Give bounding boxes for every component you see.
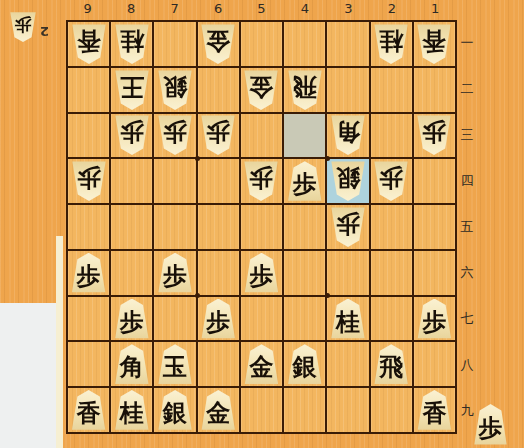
piece-sente-67[interactable]: 歩: [201, 299, 235, 339]
rank-labels: 一二三四五六七八九: [458, 20, 476, 434]
piece-glyph: 歩: [422, 305, 446, 339]
piece-glyph: 歩: [77, 161, 101, 195]
file-label-1: 1: [414, 1, 457, 19]
piece-glyph: 歩: [379, 161, 403, 195]
piece-sente-58[interactable]: 金: [244, 344, 278, 384]
piece-gote-91[interactable]: 香: [72, 24, 106, 64]
piece-sente-87[interactable]: 歩: [115, 299, 149, 339]
rank-label-5: 五: [458, 204, 476, 250]
square-25[interactable]: [371, 205, 412, 249]
piece-glyph: 歩: [249, 259, 273, 293]
square-31[interactable]: [327, 22, 368, 66]
square-55[interactable]: [241, 205, 282, 249]
piece-glyph: 銀: [293, 350, 317, 384]
piece-glyph: 金: [206, 24, 230, 58]
square-37[interactable]: 桂: [327, 297, 368, 341]
piece-glyph: 金: [249, 70, 273, 104]
piece-glyph: 歩: [422, 115, 446, 149]
rank-label-2: 二: [458, 66, 476, 112]
square-51[interactable]: [241, 22, 282, 66]
piece-glyph: 銀: [163, 396, 187, 430]
square-98[interactable]: [68, 342, 109, 386]
piece-gote-81[interactable]: 桂: [115, 24, 149, 64]
square-12[interactable]: [414, 68, 455, 112]
square-13[interactable]: 歩: [414, 114, 455, 158]
square-75[interactable]: [154, 205, 195, 249]
piece-sente-96[interactable]: 歩: [72, 253, 106, 293]
square-44[interactable]: 歩: [284, 159, 325, 203]
square-89[interactable]: 桂: [111, 388, 152, 432]
square-94[interactable]: 歩: [68, 159, 109, 203]
square-68[interactable]: [198, 342, 239, 386]
square-15[interactable]: [414, 205, 455, 249]
square-59[interactable]: [241, 388, 282, 432]
piece-gote-63[interactable]: 歩: [201, 115, 235, 155]
piece-gote-13[interactable]: 歩: [417, 115, 451, 155]
square-83[interactable]: 歩: [111, 114, 152, 158]
file-label-6: 6: [196, 1, 239, 19]
rank-label-7: 七: [458, 296, 476, 342]
shogi-app: 987654321 一二三四五六七八九 香桂金桂香王銀金飛歩歩歩角歩歩歩歩銀歩歩…: [0, 0, 524, 448]
gote-captured-tray[interactable]: 歩 2: [6, 8, 56, 68]
square-26[interactable]: [371, 251, 412, 295]
square-72[interactable]: 銀: [154, 68, 195, 112]
square-67[interactable]: 歩: [198, 297, 239, 341]
piece-glyph: 玉: [163, 350, 187, 384]
square-18[interactable]: [414, 342, 455, 386]
square-34[interactable]: 銀: [327, 159, 368, 203]
piece-gote-54[interactable]: 歩: [244, 161, 278, 201]
piece-glyph: 金: [206, 396, 230, 430]
square-82[interactable]: 王: [111, 68, 152, 112]
square-69[interactable]: 金: [198, 388, 239, 432]
square-11[interactable]: 香: [414, 22, 455, 66]
square-27[interactable]: [371, 297, 412, 341]
shogi-board: 香桂金桂香王銀金飛歩歩歩角歩歩歩歩銀歩歩歩歩歩歩歩桂歩角玉金銀飛香桂銀金香: [66, 20, 457, 434]
square-17[interactable]: 歩: [414, 297, 455, 341]
square-29[interactable]: [371, 388, 412, 432]
piece-glyph: 香: [77, 24, 101, 58]
piece-glyph: 歩: [15, 12, 32, 37]
piece-gote-34[interactable]: 銀: [331, 161, 365, 201]
piece-glyph: 歩: [336, 207, 360, 241]
piece-glyph: 歩: [163, 115, 187, 149]
square-65[interactable]: [198, 205, 239, 249]
square-84[interactable]: [111, 159, 152, 203]
square-22[interactable]: [371, 68, 412, 112]
file-label-5: 5: [240, 1, 283, 19]
piece-glyph: 飛: [293, 70, 317, 104]
square-81[interactable]: 桂: [111, 22, 152, 66]
square-39[interactable]: [327, 388, 368, 432]
piece-glyph: 歩: [249, 161, 273, 195]
square-61[interactable]: 金: [198, 22, 239, 66]
piece-glyph: 歩: [206, 305, 230, 339]
square-86[interactable]: [111, 251, 152, 295]
square-71[interactable]: [154, 22, 195, 66]
square-36[interactable]: [327, 251, 368, 295]
piece-glyph: 飛: [379, 350, 403, 384]
rank-label-4: 四: [458, 158, 476, 204]
background-corner: [0, 303, 56, 448]
piece-glyph: 歩: [163, 259, 187, 293]
piece-glyph: 銀: [336, 161, 360, 195]
piece-gote-61[interactable]: 金: [201, 24, 235, 64]
piece-glyph: 桂: [120, 396, 144, 430]
piece-glyph: 銀: [163, 70, 187, 104]
file-label-9: 9: [66, 1, 109, 19]
square-87[interactable]: 歩: [111, 297, 152, 341]
piece-gote-52[interactable]: 金: [244, 70, 278, 110]
square-41[interactable]: [284, 22, 325, 66]
square-23[interactable]: [371, 114, 412, 158]
square-45[interactable]: [284, 205, 325, 249]
rank-label-8: 八: [458, 342, 476, 388]
piece-sente-28[interactable]: 飛: [374, 344, 408, 384]
file-label-7: 7: [153, 1, 196, 19]
piece-glyph: 角: [120, 350, 144, 384]
square-57[interactable]: [241, 297, 282, 341]
square-63[interactable]: 歩: [198, 114, 239, 158]
piece-sente-17[interactable]: 歩: [417, 299, 451, 339]
piece-glyph: 王: [120, 70, 144, 104]
piece-gote-94[interactable]: 歩: [72, 161, 106, 201]
piece-gote-35[interactable]: 歩: [331, 207, 365, 247]
file-label-8: 8: [109, 1, 152, 19]
piece-glyph: 桂: [379, 24, 403, 58]
file-label-3: 3: [327, 1, 370, 19]
piece-glyph: 歩: [293, 167, 317, 201]
board-grid: 香桂金桂香王銀金飛歩歩歩角歩歩歩歩銀歩歩歩歩歩歩歩桂歩角玉金銀飛香桂銀金香: [68, 22, 455, 432]
piece-glyph: 歩: [120, 305, 144, 339]
piece-glyph: 香: [422, 24, 446, 58]
square-62[interactable]: [198, 68, 239, 112]
square-77[interactable]: [154, 297, 195, 341]
piece-gote-72[interactable]: 銀: [158, 70, 192, 110]
square-79[interactable]: 銀: [154, 388, 195, 432]
piece-glyph: 香: [422, 396, 446, 430]
square-54[interactable]: 歩: [241, 159, 282, 203]
square-33[interactable]: 角: [327, 114, 368, 158]
rank-label-1: 一: [458, 20, 476, 66]
square-49[interactable]: [284, 388, 325, 432]
piece-sente-78[interactable]: 玉: [158, 344, 192, 384]
piece-gote-82[interactable]: 王: [115, 70, 149, 110]
square-24[interactable]: 歩: [371, 159, 412, 203]
square-99[interactable]: 香: [68, 388, 109, 432]
file-label-2: 2: [370, 1, 413, 19]
piece-sente-37[interactable]: 桂: [331, 299, 365, 339]
square-85[interactable]: [111, 205, 152, 249]
square-73[interactable]: 歩: [154, 114, 195, 158]
piece-sente-76[interactable]: 歩: [158, 253, 192, 293]
piece-sente-56[interactable]: 歩: [244, 253, 278, 293]
piece-gote-42[interactable]: 飛: [288, 70, 322, 110]
piece-gote-11[interactable]: 香: [417, 24, 451, 64]
square-42[interactable]: 飛: [284, 68, 325, 112]
square-53[interactable]: [241, 114, 282, 158]
hand-piece-gote-pawn[interactable]: 歩: [10, 12, 36, 42]
square-95[interactable]: [68, 205, 109, 249]
file-label-4: 4: [283, 1, 326, 19]
piece-gote-73[interactable]: 歩: [158, 115, 192, 155]
square-88[interactable]: 角: [111, 342, 152, 386]
square-16[interactable]: [414, 251, 455, 295]
square-35[interactable]: 歩: [327, 205, 368, 249]
piece-glyph: 歩: [479, 411, 503, 445]
square-93[interactable]: [68, 114, 109, 158]
square-92[interactable]: [68, 68, 109, 112]
piece-sente-44[interactable]: 歩: [288, 161, 322, 201]
piece-glyph: 歩: [77, 259, 101, 293]
piece-gote-33[interactable]: 角: [331, 115, 365, 155]
piece-sente-19[interactable]: 香: [417, 390, 451, 430]
square-46[interactable]: [284, 251, 325, 295]
square-19[interactable]: 香: [414, 388, 455, 432]
piece-sente-88[interactable]: 角: [115, 344, 149, 384]
piece-glyph: 桂: [336, 305, 360, 339]
piece-glyph: 歩: [120, 115, 144, 149]
piece-glyph: 歩: [206, 115, 230, 149]
square-58[interactable]: 金: [241, 342, 282, 386]
piece-gote-83[interactable]: 歩: [115, 115, 149, 155]
square-38[interactable]: [327, 342, 368, 386]
square-74[interactable]: [154, 159, 195, 203]
rank-label-6: 六: [458, 250, 476, 296]
piece-glyph: 角: [336, 115, 360, 149]
square-48[interactable]: 銀: [284, 342, 325, 386]
square-91[interactable]: 香: [68, 22, 109, 66]
square-43[interactable]: [284, 114, 325, 158]
square-32[interactable]: [327, 68, 368, 112]
square-28[interactable]: 飛: [371, 342, 412, 386]
piece-glyph: 桂: [120, 24, 144, 58]
sente-captured-tray[interactable]: 歩: [468, 400, 520, 448]
rank-label-3: 三: [458, 112, 476, 158]
hand-piece-sente-pawn[interactable]: 歩: [474, 404, 507, 445]
gote-pawn-count: 2: [40, 24, 49, 39]
panel-edge: [56, 236, 63, 448]
piece-gote-24[interactable]: 歩: [374, 161, 408, 201]
square-47[interactable]: [284, 297, 325, 341]
piece-glyph: 金: [249, 350, 273, 384]
square-52[interactable]: 金: [241, 68, 282, 112]
square-56[interactable]: 歩: [241, 251, 282, 295]
square-21[interactable]: 桂: [371, 22, 412, 66]
square-96[interactable]: 歩: [68, 251, 109, 295]
piece-sente-79[interactable]: 銀: [158, 390, 192, 430]
square-97[interactable]: [68, 297, 109, 341]
square-78[interactable]: 玉: [154, 342, 195, 386]
square-64[interactable]: [198, 159, 239, 203]
piece-sente-69[interactable]: 金: [201, 390, 235, 430]
square-14[interactable]: [414, 159, 455, 203]
square-76[interactable]: 歩: [154, 251, 195, 295]
piece-glyph: 香: [77, 396, 101, 430]
piece-gote-21[interactable]: 桂: [374, 24, 408, 64]
square-66[interactable]: [198, 251, 239, 295]
piece-sente-99[interactable]: 香: [72, 390, 106, 430]
piece-sente-48[interactable]: 銀: [288, 344, 322, 384]
piece-sente-89[interactable]: 桂: [115, 390, 149, 430]
file-labels: 987654321: [66, 1, 457, 19]
